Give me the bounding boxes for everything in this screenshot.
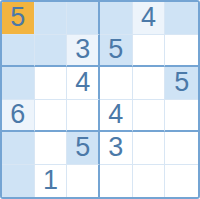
cell-r3c2[interactable] bbox=[35, 67, 68, 100]
cell-r4c1[interactable]: 6 bbox=[2, 100, 35, 133]
cell-r4c3[interactable] bbox=[67, 100, 100, 133]
cell-r4c5[interactable] bbox=[133, 100, 166, 133]
cell-r5c4[interactable]: 3 bbox=[100, 132, 133, 165]
cell-r3c6[interactable]: 5 bbox=[165, 67, 198, 100]
cell-r6c6[interactable] bbox=[165, 165, 198, 198]
cell-r2c4[interactable]: 5 bbox=[100, 35, 133, 68]
cell-r1c3[interactable] bbox=[67, 2, 100, 35]
cell-r2c2[interactable] bbox=[35, 35, 68, 68]
cell-r2c3[interactable]: 3 bbox=[67, 35, 100, 68]
cell-r5c3[interactable]: 5 bbox=[67, 132, 100, 165]
cell-r1c1[interactable]: 5 bbox=[2, 2, 35, 35]
cell-r2c6[interactable] bbox=[165, 35, 198, 68]
cell-r5c6[interactable] bbox=[165, 132, 198, 165]
cell-r6c5[interactable] bbox=[133, 165, 166, 198]
cell-r1c6[interactable] bbox=[165, 2, 198, 35]
cell-r6c4[interactable] bbox=[100, 165, 133, 198]
cell-r3c1[interactable] bbox=[2, 67, 35, 100]
cell-r5c2[interactable] bbox=[35, 132, 68, 165]
cell-r3c3[interactable]: 4 bbox=[67, 67, 100, 100]
cell-r2c1[interactable] bbox=[2, 35, 35, 68]
cell-r1c2[interactable] bbox=[35, 2, 68, 35]
cell-r6c1[interactable] bbox=[2, 165, 35, 198]
cell-r4c6[interactable] bbox=[165, 100, 198, 133]
cell-r1c4[interactable] bbox=[100, 2, 133, 35]
cell-r1c5[interactable]: 4 bbox=[133, 2, 166, 35]
cell-r4c2[interactable] bbox=[35, 100, 68, 133]
sudoku-board: 54354564531 bbox=[0, 0, 200, 199]
cell-r5c5[interactable] bbox=[133, 132, 166, 165]
cell-r5c1[interactable] bbox=[2, 132, 35, 165]
cell-r4c4[interactable]: 4 bbox=[100, 100, 133, 133]
cell-r2c5[interactable] bbox=[133, 35, 166, 68]
cell-r3c4[interactable] bbox=[100, 67, 133, 100]
cell-r6c2[interactable]: 1 bbox=[35, 165, 68, 198]
cell-r3c5[interactable] bbox=[133, 67, 166, 100]
cell-r6c3[interactable] bbox=[67, 165, 100, 198]
